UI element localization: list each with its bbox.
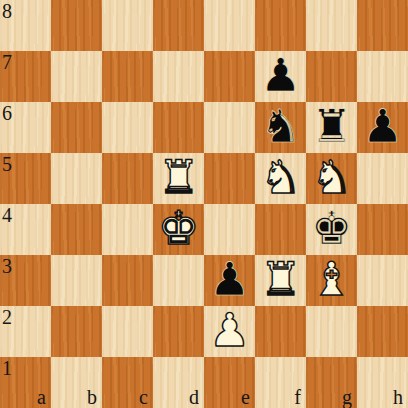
square-b1[interactable]: b	[51, 357, 102, 408]
square-e8[interactable]	[204, 0, 255, 51]
square-e3[interactable]: ♟	[204, 255, 255, 306]
square-e2[interactable]: ♟	[204, 306, 255, 357]
square-b8[interactable]	[51, 0, 102, 51]
square-g1[interactable]: g	[306, 357, 357, 408]
rank-label-4: 4	[2, 205, 12, 225]
square-h6[interactable]: ♟	[357, 102, 408, 153]
file-label-h: h	[393, 387, 403, 407]
piece-white-rook[interactable]: ♜	[153, 153, 204, 204]
piece-white-king[interactable]: ♚	[153, 204, 204, 255]
square-e5[interactable]	[204, 153, 255, 204]
square-a1[interactable]: 1a	[0, 357, 51, 408]
square-a6[interactable]: 6	[0, 102, 51, 153]
square-d1[interactable]: d	[153, 357, 204, 408]
square-c8[interactable]	[102, 0, 153, 51]
rank-label-5: 5	[2, 154, 12, 174]
piece-white-bishop[interactable]: ♝	[306, 255, 357, 306]
square-f8[interactable]	[255, 0, 306, 51]
file-label-d: d	[189, 387, 199, 407]
square-a8[interactable]: 8	[0, 0, 51, 51]
square-a7[interactable]: 7	[0, 51, 51, 102]
square-g3[interactable]: ♝	[306, 255, 357, 306]
square-b2[interactable]	[51, 306, 102, 357]
square-a3[interactable]: 3	[0, 255, 51, 306]
rank-label-7: 7	[2, 52, 12, 72]
square-f1[interactable]: f	[255, 357, 306, 408]
square-f4[interactable]	[255, 204, 306, 255]
piece-white-knight[interactable]: ♞	[255, 153, 306, 204]
square-b3[interactable]	[51, 255, 102, 306]
square-a4[interactable]: 4	[0, 204, 51, 255]
rank-label-1: 1	[2, 358, 12, 378]
square-c3[interactable]	[102, 255, 153, 306]
square-d7[interactable]	[153, 51, 204, 102]
file-label-c: c	[139, 387, 148, 407]
square-e6[interactable]	[204, 102, 255, 153]
square-d2[interactable]	[153, 306, 204, 357]
square-b6[interactable]	[51, 102, 102, 153]
square-c5[interactable]	[102, 153, 153, 204]
file-label-a: a	[37, 387, 46, 407]
rank-label-6: 6	[2, 103, 12, 123]
square-b5[interactable]	[51, 153, 102, 204]
square-f6[interactable]: ♞	[255, 102, 306, 153]
square-c6[interactable]	[102, 102, 153, 153]
piece-white-rook[interactable]: ♜	[255, 255, 306, 306]
square-h5[interactable]	[357, 153, 408, 204]
file-label-g: g	[342, 387, 352, 407]
file-label-f: f	[294, 387, 301, 407]
square-g7[interactable]	[306, 51, 357, 102]
piece-black-pawn[interactable]: ♟	[255, 51, 306, 102]
square-h1[interactable]: h	[357, 357, 408, 408]
rank-label-8: 8	[2, 1, 12, 21]
square-e7[interactable]	[204, 51, 255, 102]
piece-black-knight[interactable]: ♞	[255, 102, 306, 153]
piece-black-king[interactable]: ♚	[306, 204, 357, 255]
square-d5[interactable]: ♜	[153, 153, 204, 204]
square-d8[interactable]	[153, 0, 204, 51]
square-b7[interactable]	[51, 51, 102, 102]
square-b4[interactable]	[51, 204, 102, 255]
square-f2[interactable]	[255, 306, 306, 357]
square-f3[interactable]: ♜	[255, 255, 306, 306]
square-c2[interactable]	[102, 306, 153, 357]
square-g5[interactable]: ♞	[306, 153, 357, 204]
piece-black-pawn[interactable]: ♟	[357, 102, 408, 153]
file-label-e: e	[241, 387, 250, 407]
piece-black-pawn[interactable]: ♟	[204, 255, 255, 306]
square-h7[interactable]	[357, 51, 408, 102]
rank-label-3: 3	[2, 256, 12, 276]
square-a5[interactable]: 5	[0, 153, 51, 204]
square-h3[interactable]	[357, 255, 408, 306]
square-c4[interactable]	[102, 204, 153, 255]
square-d4[interactable]: ♚	[153, 204, 204, 255]
square-c7[interactable]	[102, 51, 153, 102]
square-f5[interactable]: ♞	[255, 153, 306, 204]
square-h2[interactable]	[357, 306, 408, 357]
square-d6[interactable]	[153, 102, 204, 153]
square-g8[interactable]	[306, 0, 357, 51]
square-g6[interactable]: ♜	[306, 102, 357, 153]
square-c1[interactable]: c	[102, 357, 153, 408]
file-label-b: b	[87, 387, 97, 407]
square-g4[interactable]: ♚	[306, 204, 357, 255]
rank-label-2: 2	[2, 307, 12, 327]
square-e4[interactable]	[204, 204, 255, 255]
square-f7[interactable]: ♟	[255, 51, 306, 102]
piece-white-knight[interactable]: ♞	[306, 153, 357, 204]
square-a2[interactable]: 2	[0, 306, 51, 357]
square-d3[interactable]	[153, 255, 204, 306]
square-h4[interactable]	[357, 204, 408, 255]
square-e1[interactable]: e	[204, 357, 255, 408]
square-h8[interactable]	[357, 0, 408, 51]
chess-board: 87♟6♞♜♟5♜♞♞4♚♚3♟♜♝2♟1abcdefgh	[0, 0, 408, 408]
piece-white-pawn[interactable]: ♟	[204, 306, 255, 357]
square-g2[interactable]	[306, 306, 357, 357]
piece-black-rook[interactable]: ♜	[306, 102, 357, 153]
